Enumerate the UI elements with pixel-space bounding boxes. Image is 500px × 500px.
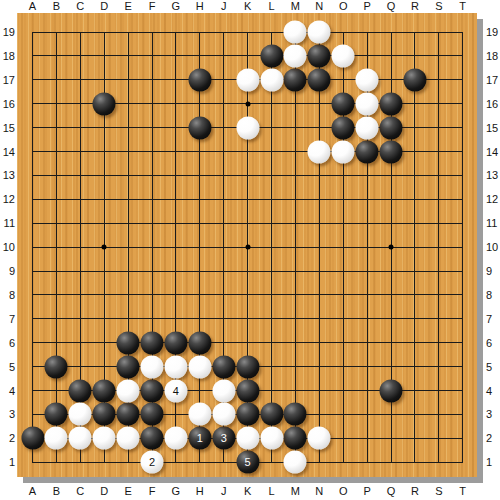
white-stone [308,21,331,44]
grid-line-vertical [319,32,320,463]
grid-line-vertical [414,32,415,463]
coord-label-row: 17 [486,74,500,86]
white-stone [164,427,187,450]
coord-label-column: F [140,485,164,497]
white-stone: 4 [164,379,187,402]
black-stone [141,331,164,354]
white-stone [356,68,379,91]
white-stone [69,403,92,426]
coord-label-column: T [451,0,475,12]
black-stone [236,355,259,378]
coord-label-row: 9 [0,265,15,277]
white-stone [284,21,307,44]
move-number-label: 2 [149,457,155,468]
coord-label-column: C [68,485,92,497]
black-stone [188,68,211,91]
move-number-label: 3 [221,433,227,444]
coord-label-column: S [427,485,451,497]
coord-label-column: N [307,0,331,12]
coord-label-row: 9 [486,265,500,277]
coord-label-row: 12 [486,193,500,205]
black-stone: 5 [236,451,259,474]
coord-label-column: N [307,485,331,497]
coord-label-row: 15 [486,122,500,134]
coord-label-column: O [331,0,355,12]
coord-label-column: H [188,0,212,12]
white-stone [308,427,331,450]
grid-line-vertical [271,32,272,463]
coord-label-column: K [236,0,260,12]
white-stone [356,116,379,139]
black-stone [380,92,403,115]
black-stone [236,379,259,402]
black-stone [380,140,403,163]
coord-label-column: J [212,0,236,12]
coord-label-column: D [92,485,116,497]
black-stone: 1 [188,427,211,450]
go-board[interactable]: 13542 [17,13,477,477]
coord-label-column: P [355,0,379,12]
black-stone [284,68,307,91]
star-point [245,245,250,250]
black-stone [236,403,259,426]
coord-label-row: 14 [0,146,15,158]
coord-label-row: 13 [0,169,15,181]
white-stone [188,403,211,426]
black-stone [93,379,116,402]
black-stone [284,403,307,426]
coord-label-column: Q [379,485,403,497]
coord-label-column: S [427,0,451,12]
coord-label-column: R [403,0,427,12]
coord-label-row: 7 [486,313,500,325]
coord-label-row: 16 [486,98,500,110]
black-stone [332,116,355,139]
coord-label-row: 19 [0,26,15,38]
black-stone [117,403,140,426]
white-stone [308,140,331,163]
coord-label-row: 4 [0,385,15,397]
star-point [389,245,394,250]
coord-label-row: 18 [486,50,500,62]
grid-line-horizontal [32,342,463,343]
coord-label-column: D [92,0,116,12]
black-stone [45,355,68,378]
coord-label-column: J [212,485,236,497]
white-stone [164,355,187,378]
white-stone [236,427,259,450]
coord-label-row: 7 [0,313,15,325]
coord-label-column: G [164,0,188,12]
coord-label-column: L [260,0,284,12]
white-stone [284,451,307,474]
white-stone [117,379,140,402]
coord-label-row: 12 [0,193,15,205]
grid-line-vertical [295,32,296,463]
coord-label-column: M [283,485,307,497]
coord-label-column: B [44,0,68,12]
coord-label-row: 8 [0,289,15,301]
white-stone: 2 [141,451,164,474]
coord-label-row: 1 [0,456,15,468]
coord-label-row: 10 [486,241,500,253]
white-stone [236,68,259,91]
coord-label-row: 13 [486,169,500,181]
white-stone [212,403,235,426]
black-stone [308,44,331,67]
coord-label-column: C [68,0,92,12]
white-stone [69,427,92,450]
black-stone [332,92,355,115]
coord-label-column: H [188,485,212,497]
go-board-page: ABCDEFGHJKLMNOPQRST ABCDEFGHJKLMNOPQRST … [0,0,500,500]
coord-label-column: R [403,485,427,497]
grid-line-horizontal [32,294,463,295]
black-stone [164,331,187,354]
coord-label-row: 5 [486,361,500,373]
coord-label-row: 3 [0,408,15,420]
white-stone [141,355,164,378]
grid-line-horizontal [32,271,463,272]
star-point [245,101,250,106]
coord-label-row: 5 [0,361,15,373]
move-number-label: 4 [173,385,179,396]
black-stone [21,427,44,450]
white-stone [236,116,259,139]
move-number-label: 1 [197,433,203,444]
coord-label-column: A [21,485,45,497]
coord-label-row: 10 [0,241,15,253]
coord-label-row: 11 [0,217,15,229]
coord-label-column: F [140,0,164,12]
black-stone [141,403,164,426]
move-number-label: 5 [245,457,251,468]
coord-label-row: 4 [486,385,500,397]
white-stone [45,427,68,450]
coord-label-row: 2 [0,432,15,444]
coord-label-column: L [260,485,284,497]
black-stone [212,355,235,378]
black-stone [380,379,403,402]
white-stone [212,379,235,402]
black-stone [284,427,307,450]
black-stone [93,92,116,115]
coord-label-row: 17 [0,74,15,86]
black-stone [188,116,211,139]
black-stone [260,44,283,67]
coord-label-column: P [355,485,379,497]
coord-label-column: O [331,485,355,497]
white-stone [284,44,307,67]
black-stone [45,403,68,426]
coord-label-row: 11 [486,217,500,229]
black-stone [188,331,211,354]
grid-line-vertical [462,32,463,463]
white-stone [260,68,283,91]
black-stone [141,379,164,402]
coord-label-row: 6 [0,337,15,349]
black-stone [356,140,379,163]
coord-label-row: 6 [486,337,500,349]
black-stone [308,68,331,91]
grid-line-vertical [438,32,439,463]
coord-label-row: 8 [486,289,500,301]
white-stone [260,427,283,450]
coord-label-column: E [116,485,140,497]
grid-line-horizontal [32,318,463,319]
coord-label-column: E [116,0,140,12]
black-stone [141,427,164,450]
coord-label-column: A [21,0,45,12]
coord-label-column: Q [379,0,403,12]
black-stone [380,116,403,139]
coord-label-row: 18 [0,50,15,62]
white-stone [188,355,211,378]
star-point [102,245,107,250]
white-stone [332,44,355,67]
white-stone [356,92,379,115]
white-stone [332,140,355,163]
white-stone [117,427,140,450]
coord-label-column: B [44,485,68,497]
coord-label-column: G [164,485,188,497]
coord-label-row: 2 [486,432,500,444]
coord-label-column: T [451,485,475,497]
black-stone [117,355,140,378]
white-stone [93,427,116,450]
coord-label-row: 15 [0,122,15,134]
black-stone [260,403,283,426]
black-stone [117,331,140,354]
black-stone [69,379,92,402]
coord-label-row: 19 [486,26,500,38]
coord-label-row: 14 [486,146,500,158]
black-stone [93,403,116,426]
black-stone [403,68,426,91]
black-stone: 3 [212,427,235,450]
coord-label-column: K [236,485,260,497]
coord-label-row: 16 [0,98,15,110]
coord-label-column: M [283,0,307,12]
coord-label-row: 3 [486,408,500,420]
coord-label-row: 1 [486,456,500,468]
